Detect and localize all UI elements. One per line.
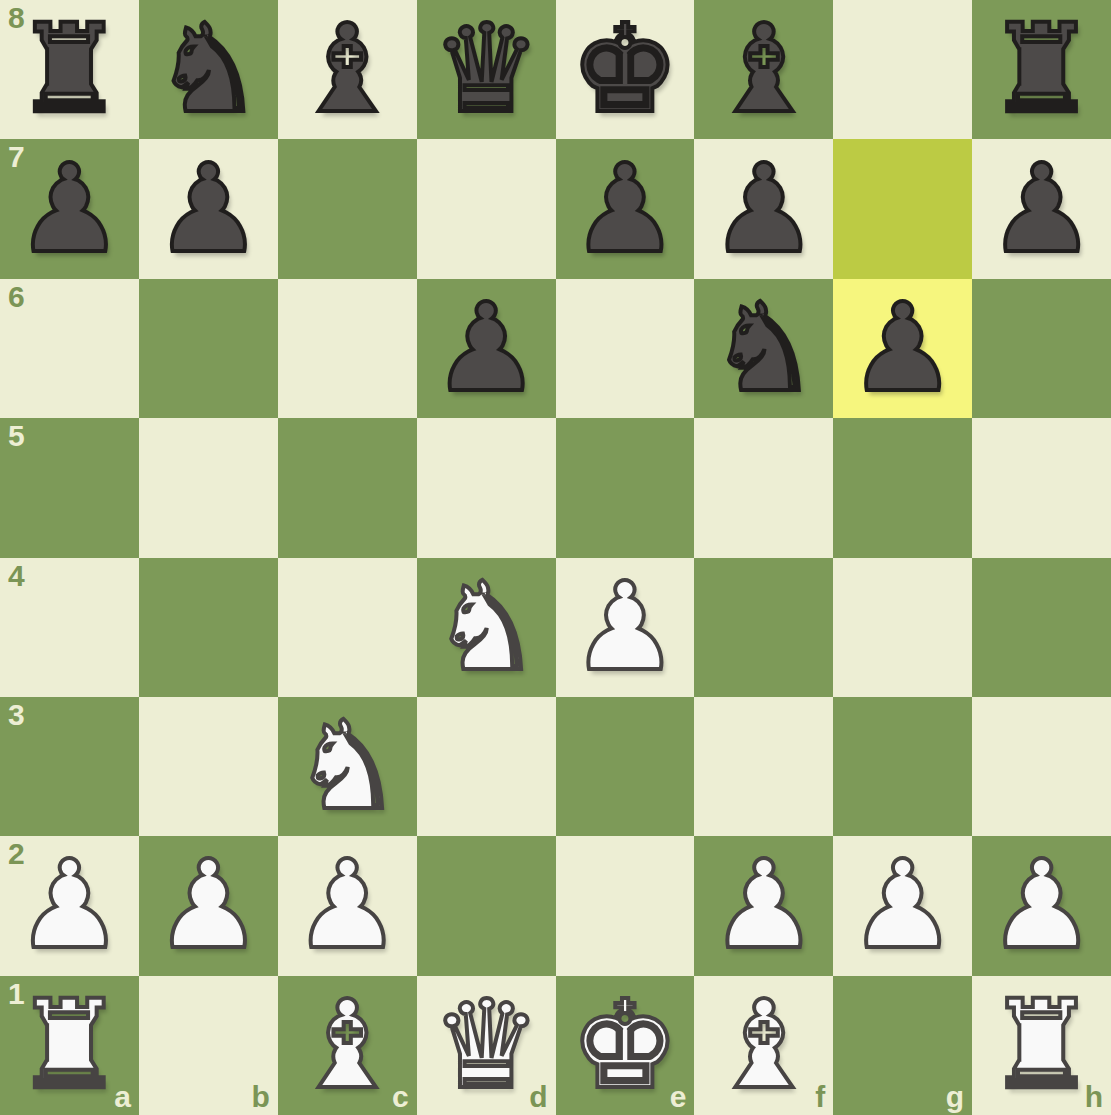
piece-white-pawn[interactable]: ♟ (848, 836, 957, 975)
piece-black-pawn[interactable]: ♟ (15, 140, 124, 279)
piece-white-pawn[interactable]: ♟ (570, 558, 679, 697)
square-d4[interactable]: ♞ (417, 558, 556, 697)
square-g1[interactable]: g (833, 976, 972, 1115)
piece-black-pawn[interactable]: ♟ (154, 140, 263, 279)
piece-black-king[interactable]: ♚ (570, 0, 679, 139)
square-f5[interactable] (694, 418, 833, 557)
square-c1[interactable]: c♝ (278, 976, 417, 1115)
square-g4[interactable] (833, 558, 972, 697)
square-c2[interactable]: ♟ (278, 836, 417, 975)
piece-white-rook[interactable]: ♜ (987, 976, 1096, 1115)
square-g6[interactable]: ♟ (833, 279, 972, 418)
square-d3[interactable] (417, 697, 556, 836)
piece-white-knight[interactable]: ♞ (431, 558, 540, 697)
square-f3[interactable] (694, 697, 833, 836)
square-h6[interactable] (972, 279, 1111, 418)
square-c7[interactable] (278, 139, 417, 278)
piece-black-knight[interactable]: ♞ (154, 0, 263, 139)
square-f8[interactable]: ♝ (694, 0, 833, 139)
piece-white-queen[interactable]: ♛ (431, 976, 540, 1115)
piece-white-pawn[interactable]: ♟ (15, 836, 124, 975)
rank-label-4: 4 (8, 561, 25, 591)
rank-label-6: 6 (8, 282, 25, 312)
piece-black-pawn[interactable]: ♟ (987, 140, 1096, 279)
square-a1[interactable]: 1a♜ (0, 976, 139, 1115)
square-g8[interactable] (833, 0, 972, 139)
square-e7[interactable]: ♟ (556, 139, 695, 278)
square-c5[interactable] (278, 418, 417, 557)
square-g5[interactable] (833, 418, 972, 557)
square-f6[interactable]: ♞ (694, 279, 833, 418)
file-label-g: g (946, 1082, 964, 1112)
square-b7[interactable]: ♟ (139, 139, 278, 278)
piece-black-rook[interactable]: ♜ (15, 0, 124, 139)
piece-black-pawn[interactable]: ♟ (431, 279, 540, 418)
piece-white-king[interactable]: ♚ (570, 976, 679, 1115)
square-f2[interactable]: ♟ (694, 836, 833, 975)
piece-black-queen[interactable]: ♛ (431, 0, 540, 139)
square-b5[interactable] (139, 418, 278, 557)
piece-white-bishop[interactable]: ♝ (293, 976, 402, 1115)
square-b1[interactable]: b (139, 976, 278, 1115)
rank-label-5: 5 (8, 421, 25, 451)
square-a5[interactable]: 5 (0, 418, 139, 557)
piece-white-pawn[interactable]: ♟ (154, 836, 263, 975)
square-d1[interactable]: d♛ (417, 976, 556, 1115)
square-b2[interactable]: ♟ (139, 836, 278, 975)
file-label-d: d (529, 1082, 547, 1112)
square-h1[interactable]: h♜ (972, 976, 1111, 1115)
square-e3[interactable] (556, 697, 695, 836)
square-g3[interactable] (833, 697, 972, 836)
square-b6[interactable] (139, 279, 278, 418)
square-h2[interactable]: ♟ (972, 836, 1111, 975)
square-h3[interactable] (972, 697, 1111, 836)
square-a8[interactable]: 8♜ (0, 0, 139, 139)
square-c3[interactable]: ♞ (278, 697, 417, 836)
file-label-h: h (1085, 1082, 1103, 1112)
piece-white-bishop[interactable]: ♝ (709, 976, 818, 1115)
square-g2[interactable]: ♟ (833, 836, 972, 975)
square-e1[interactable]: e♚ (556, 976, 695, 1115)
rank-label-3: 3 (8, 700, 25, 730)
piece-black-pawn[interactable]: ♟ (570, 140, 679, 279)
square-d8[interactable]: ♛ (417, 0, 556, 139)
piece-white-rook[interactable]: ♜ (15, 976, 124, 1115)
square-b3[interactable] (139, 697, 278, 836)
square-h7[interactable]: ♟ (972, 139, 1111, 278)
square-a4[interactable]: 4 (0, 558, 139, 697)
file-label-f: f (815, 1082, 825, 1112)
square-f7[interactable]: ♟ (694, 139, 833, 278)
piece-white-pawn[interactable]: ♟ (293, 836, 402, 975)
file-label-e: e (670, 1082, 687, 1112)
square-d5[interactable] (417, 418, 556, 557)
square-f1[interactable]: f♝ (694, 976, 833, 1115)
square-h5[interactable] (972, 418, 1111, 557)
square-f4[interactable] (694, 558, 833, 697)
piece-black-bishop[interactable]: ♝ (293, 0, 402, 139)
square-c8[interactable]: ♝ (278, 0, 417, 139)
square-a6[interactable]: 6 (0, 279, 139, 418)
chess-board: 8♜♞♝♛♚♝♜7♟♟♟♟♟6♟♞♟54♞♟3♞2♟♟♟♟♟♟1a♜bc♝d♛e… (0, 0, 1111, 1115)
square-e5[interactable] (556, 418, 695, 557)
rank-label-2: 2 (8, 839, 25, 869)
file-label-b: b (251, 1082, 269, 1112)
piece-black-rook[interactable]: ♜ (987, 0, 1096, 139)
piece-white-pawn[interactable]: ♟ (709, 836, 818, 975)
square-a2[interactable]: 2♟ (0, 836, 139, 975)
square-c4[interactable] (278, 558, 417, 697)
square-e2[interactable] (556, 836, 695, 975)
file-label-c: c (392, 1082, 409, 1112)
piece-white-knight[interactable]: ♞ (293, 697, 402, 836)
square-d2[interactable] (417, 836, 556, 975)
rank-label-8: 8 (8, 3, 25, 33)
square-d6[interactable]: ♟ (417, 279, 556, 418)
square-a3[interactable]: 3 (0, 697, 139, 836)
square-e4[interactable]: ♟ (556, 558, 695, 697)
piece-black-knight[interactable]: ♞ (709, 279, 818, 418)
rank-label-1: 1 (8, 979, 25, 1009)
piece-black-bishop[interactable]: ♝ (709, 0, 818, 139)
square-c6[interactable] (278, 279, 417, 418)
square-h8[interactable]: ♜ (972, 0, 1111, 139)
square-d7[interactable] (417, 139, 556, 278)
square-a7[interactable]: 7♟ (0, 139, 139, 278)
piece-black-pawn[interactable]: ♟ (848, 279, 957, 418)
square-h4[interactable] (972, 558, 1111, 697)
piece-black-pawn[interactable]: ♟ (709, 140, 818, 279)
square-b8[interactable]: ♞ (139, 0, 278, 139)
piece-white-pawn[interactable]: ♟ (987, 836, 1096, 975)
square-e6[interactable] (556, 279, 695, 418)
square-b4[interactable] (139, 558, 278, 697)
square-g7[interactable] (833, 139, 972, 278)
square-e8[interactable]: ♚ (556, 0, 695, 139)
file-label-a: a (114, 1082, 131, 1112)
rank-label-7: 7 (8, 142, 25, 172)
